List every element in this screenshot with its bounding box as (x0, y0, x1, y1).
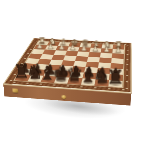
frame-dot (29, 49, 31, 50)
chess-board: ♜♞♝♚♛♝♞♜♟♟♟♟♟♟♟♟♟♟♟♟♟♟♟♟♜♞♝♚♛♝♞♜ (3, 38, 131, 93)
brass-latch-knob (61, 95, 66, 99)
board-grid: ♜♞♝♚♛♝♞♜♟♟♟♟♟♟♟♟♟♟♟♟♟♟♟♟♜♞♝♚♛♝♞♜ (15, 41, 125, 88)
square-a4 (111, 58, 123, 64)
frame-dot (124, 44, 126, 45)
frame-dot (125, 81, 127, 82)
frame-dot (126, 69, 128, 70)
frame-dot (40, 39, 42, 40)
frame-dot (26, 53, 28, 54)
white-pawn: ♟ (36, 42, 43, 49)
frame-dot (13, 82, 16, 83)
frame-dot (122, 89, 124, 90)
black-rook: ♜ (107, 68, 125, 87)
frame-dot (94, 87, 97, 88)
frame-dot (126, 54, 128, 55)
frame-dot (108, 88, 110, 89)
frame-dot (60, 40, 62, 41)
white-pawn: ♟ (115, 46, 122, 53)
product-photo: ♜♞♝♚♛♝♞♜♟♟♟♟♟♟♟♟♟♟♟♟♟♟♟♟♜♞♝♚♛♝♞♜ (0, 0, 150, 150)
white-pawn: ♟ (58, 43, 65, 50)
frame-dot (126, 75, 128, 76)
square-a8: ♜ (108, 80, 122, 87)
frame-dot (50, 40, 52, 41)
white-pawn: ♟ (47, 43, 54, 50)
frame-dot (126, 64, 128, 65)
frame-dot (53, 84, 56, 85)
frame-dot (126, 50, 128, 51)
white-pawn: ♟ (81, 44, 88, 51)
white-pawn: ♟ (69, 44, 76, 51)
frame-dot (9, 80, 12, 81)
frame-dot (67, 85, 70, 86)
frame-dot (125, 88, 127, 89)
frame-dot (26, 82, 29, 83)
frame-dot (113, 43, 115, 44)
white-pawn: ♟ (103, 46, 110, 53)
brass-clasp (12, 88, 18, 92)
frame-dot (40, 83, 43, 84)
frame-dot (71, 41, 73, 42)
frame-dot (80, 86, 83, 87)
frame-dot (32, 45, 34, 46)
white-pawn: ♟ (92, 45, 99, 52)
frame-dot (126, 59, 128, 60)
frame-dot (103, 43, 105, 44)
frame-dot (81, 42, 83, 43)
square-c4 (87, 57, 100, 63)
frame-dot (126, 45, 128, 46)
square-a3 (112, 53, 124, 58)
frame-dot (92, 42, 94, 43)
